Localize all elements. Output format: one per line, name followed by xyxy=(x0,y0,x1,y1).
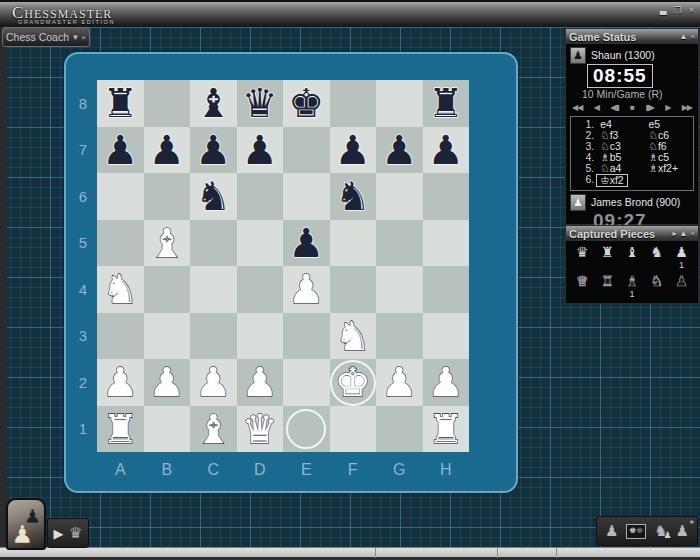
square-b4[interactable] xyxy=(144,266,191,313)
mentor-icon[interactable]: ♞♟ xyxy=(654,524,667,539)
square-b1[interactable] xyxy=(144,406,191,453)
rank-label-7: 7 xyxy=(72,127,94,174)
square-c8[interactable]: ♝ xyxy=(190,80,237,127)
white-knight-f3: ♞ xyxy=(330,313,377,360)
pawns-photo-tile[interactable]: ♟ ♟ xyxy=(6,498,46,550)
square-c1[interactable]: ♝ xyxy=(190,406,237,453)
square-h4[interactable] xyxy=(423,266,470,313)
step-back-button[interactable]: ◀▮ xyxy=(610,103,619,113)
square-f5[interactable] xyxy=(330,220,377,267)
player1-time-control: 10 Min/Game (R) xyxy=(582,88,698,101)
square-f6[interactable]: ♞ xyxy=(330,173,377,220)
black-knight-f6: ♞ xyxy=(330,173,377,220)
square-b2[interactable]: ♟ xyxy=(144,359,191,406)
square-f2[interactable]: ♚ xyxy=(330,359,377,406)
square-b6[interactable] xyxy=(144,173,191,220)
window-controls: ▃ ❐ × xyxy=(660,5,694,15)
taskbar-play-group: ▶ ♛ xyxy=(47,518,89,548)
white-move[interactable]: ♔xf2 xyxy=(600,174,648,187)
panel-expand-icon[interactable]: ▸ xyxy=(672,229,676,238)
play-icon[interactable]: ▶ xyxy=(54,526,64,541)
square-a3[interactable] xyxy=(97,313,144,360)
captured-black-queen: ♛ xyxy=(570,273,595,299)
captured-white-queen: ♛ xyxy=(570,244,595,270)
file-label-g: G xyxy=(376,456,423,484)
pawn-icon[interactable]: ♟ xyxy=(605,524,618,539)
square-f7[interactable]: ♟ xyxy=(330,127,377,174)
rank-label-1: 1 xyxy=(72,406,94,453)
square-e3[interactable] xyxy=(283,313,330,360)
chessmaster-window: Chessmaster GRANDMASTER EDITION ▃ ❐ × Ch… xyxy=(0,0,700,560)
jump-end-button[interactable]: ▶▶ xyxy=(682,103,692,113)
square-g1[interactable] xyxy=(376,406,423,453)
minimize-icon[interactable]: ▃ xyxy=(660,5,667,15)
versus-right-king-icon: ♚ xyxy=(636,527,643,535)
square-f3[interactable]: ♞ xyxy=(330,313,377,360)
white-bishop-b5: ♝ xyxy=(144,220,191,267)
white-pawn-icon: ♟ xyxy=(669,244,694,260)
captured-white-pawn: ♟1 xyxy=(669,244,694,270)
black-pawn-c7: ♟ xyxy=(190,127,237,174)
file-label-f: F xyxy=(330,456,377,484)
chess-coach-label: Chess Coach xyxy=(6,31,69,43)
maximize-icon[interactable]: ❐ xyxy=(674,5,682,15)
white-pawn-player-icon: ♟ xyxy=(570,194,586,211)
close-icon[interactable]: × xyxy=(689,5,694,15)
square-e7[interactable] xyxy=(283,127,330,174)
logo-subtext: GRANDMASTER EDITION xyxy=(18,20,115,26)
black-pawn-h7: ♟ xyxy=(423,127,470,174)
square-f4[interactable] xyxy=(330,266,377,313)
square-h5[interactable] xyxy=(423,220,470,267)
square-h7[interactable]: ♟ xyxy=(423,127,470,174)
captured-count xyxy=(669,289,694,299)
square-e2[interactable] xyxy=(283,359,330,406)
captured-pieces-header[interactable]: Captured Pieces ▸ ▲ × xyxy=(566,226,698,241)
square-b8[interactable] xyxy=(144,80,191,127)
mini-pawn-icon: ♟ xyxy=(664,531,672,540)
white-knight-icon: ♞ xyxy=(644,244,669,260)
white-pawn-d2: ♟ xyxy=(237,359,284,406)
captured-row-black: ♛♜♝1♞♟ xyxy=(566,270,698,299)
square-g8[interactable] xyxy=(376,80,423,127)
chess-coach-tab[interactable]: Chess Coach ▼ × xyxy=(2,27,90,47)
captured-count xyxy=(644,289,669,299)
white-bishop-c1: ♝ xyxy=(190,406,237,453)
captured-white-bishop: ♝ xyxy=(620,244,645,270)
square-a2[interactable]: ♟ xyxy=(97,359,144,406)
white-pawn-c2: ♟ xyxy=(190,359,237,406)
black-rook-h8: ♜ xyxy=(423,80,470,127)
white-queen-d1: ♛ xyxy=(237,406,284,453)
stop-button[interactable]: ■ xyxy=(630,103,634,113)
square-d5[interactable] xyxy=(237,220,284,267)
game-status-title: Game Status xyxy=(569,31,636,43)
panel-collapse-icon[interactable]: ▲ xyxy=(679,32,687,41)
captured-white-rook: ♜ xyxy=(595,244,620,270)
move-from-highlight xyxy=(286,409,326,449)
white-pawn-g2: ♟ xyxy=(376,359,423,406)
file-label-h: H xyxy=(423,456,470,484)
captured-pieces-body: ♛♜♝♞♟1♛♜♝1♞♟ xyxy=(566,241,698,299)
window-titlebar: Chessmaster GRANDMASTER EDITION ▃ ❐ × xyxy=(0,0,700,27)
playback-controls: ◀◀◀◀▮■▮▶▶▶▶ xyxy=(566,101,698,114)
white-pawn-e4: ♟ xyxy=(283,266,330,313)
square-a8[interactable]: ♜ xyxy=(97,80,144,127)
square-a7[interactable]: ♟ xyxy=(97,127,144,174)
captured-count xyxy=(595,260,620,270)
white-rook-a1: ♜ xyxy=(97,406,144,453)
square-d1[interactable]: ♛ xyxy=(237,406,284,453)
black-bishop-icon: ♝ xyxy=(620,273,645,289)
rank-label-3: 3 xyxy=(72,313,94,360)
file-label-b: B xyxy=(144,456,191,484)
square-g5[interactable] xyxy=(376,220,423,267)
black-move[interactable] xyxy=(649,174,691,187)
white-knight-a4: ♞ xyxy=(97,266,144,313)
square-h8[interactable]: ♜ xyxy=(423,80,470,127)
crown-icon[interactable]: ♛ xyxy=(69,524,82,542)
square-g4[interactable] xyxy=(376,266,423,313)
captured-count xyxy=(644,260,669,270)
square-b5[interactable]: ♝ xyxy=(144,220,191,267)
chessmaster-logo: Chessmaster GRANDMASTER EDITION xyxy=(12,4,115,26)
captured-count: 1 xyxy=(669,260,694,270)
square-f8[interactable] xyxy=(330,80,377,127)
square-c3[interactable] xyxy=(190,313,237,360)
white-rook-icon: ♜ xyxy=(595,244,620,260)
file-label-c: C xyxy=(190,456,237,484)
white-move[interactable]: ♘a4 xyxy=(600,163,648,174)
tab-close-icon[interactable]: × xyxy=(81,33,86,42)
player1-clock: 08:55 xyxy=(587,64,653,88)
captured-white-knight: ♞ xyxy=(644,244,669,270)
captured-pieces-title: Captured Pieces xyxy=(569,228,655,240)
square-d2[interactable]: ♟ xyxy=(237,359,284,406)
file-labels: ABCDEFGH xyxy=(97,456,469,484)
square-d7[interactable]: ♟ xyxy=(237,127,284,174)
square-h3[interactable] xyxy=(423,313,470,360)
captured-count xyxy=(570,260,595,270)
rank-label-4: 4 xyxy=(72,266,94,313)
rank-label-6: 6 xyxy=(72,173,94,220)
black-rook-a8: ♜ xyxy=(97,80,144,127)
black-queen-icon: ♛ xyxy=(570,273,595,289)
file-label-a: A xyxy=(97,456,144,484)
versus-icon[interactable]: ♚♚ xyxy=(626,524,646,539)
versus-box: ♚♚ xyxy=(626,524,646,539)
captured-black-knight: ♞ xyxy=(644,273,669,299)
white-rook-h1: ♜ xyxy=(423,406,470,453)
player1-name: Shaun (1300) xyxy=(591,49,655,61)
square-c7[interactable]: ♟ xyxy=(190,127,237,174)
panel-close-icon[interactable]: × xyxy=(690,229,695,238)
black-king-e8: ♚ xyxy=(283,80,330,127)
taskbar-tray: ♟♚♚♞♟♟* xyxy=(596,516,698,546)
black-pawn-g7: ♟ xyxy=(376,127,423,174)
square-a4[interactable]: ♞ xyxy=(97,266,144,313)
square-h1[interactable]: ♜ xyxy=(423,406,470,453)
captured-black-bishop: ♝1 xyxy=(620,273,645,299)
game-status-header[interactable]: Game Status ▲ × xyxy=(566,29,698,44)
black-knight-c6: ♞ xyxy=(190,173,237,220)
square-g6[interactable] xyxy=(376,173,423,220)
captured-pieces-panel: Captured Pieces ▸ ▲ × ♛♜♝♞♟1♛♜♝1♞♟ xyxy=(565,225,699,304)
black-queen-d8: ♛ xyxy=(237,80,284,127)
captured-count: 1 xyxy=(620,289,645,299)
black-move[interactable]: ♗xf2+ xyxy=(649,163,691,174)
square-g3[interactable] xyxy=(376,313,423,360)
square-c2[interactable]: ♟ xyxy=(190,359,237,406)
file-label-e: E xyxy=(283,456,330,484)
square-h6[interactable] xyxy=(423,173,470,220)
white-pawn-a2: ♟ xyxy=(97,359,144,406)
black-pawn-f7: ♟ xyxy=(330,127,377,174)
square-b3[interactable] xyxy=(144,313,191,360)
square-a1[interactable]: ♜ xyxy=(97,406,144,453)
square-e1[interactable] xyxy=(283,406,330,453)
left-edge-strip xyxy=(0,27,7,548)
square-d4[interactable] xyxy=(237,266,284,313)
white-pawn-icon: ♟ xyxy=(11,522,33,547)
black-pawn-d7: ♟ xyxy=(237,127,284,174)
panel-collapse-icon[interactable]: ▲ xyxy=(679,229,687,238)
white-queen-icon: ♛ xyxy=(570,244,595,260)
player1-row: ♟ Shaun (1300) xyxy=(570,47,698,63)
black-pawn-icon: ♟ xyxy=(669,273,694,289)
square-d8[interactable]: ♛ xyxy=(237,80,284,127)
black-knight-icon: ♞ xyxy=(644,273,669,289)
chevron-down-icon[interactable]: ▼ xyxy=(71,33,79,42)
versus-left-king-icon: ♚ xyxy=(629,527,636,535)
black-pawn-e5: ♟ xyxy=(283,220,330,267)
black-pawn-b7: ♟ xyxy=(144,127,191,174)
captured-count xyxy=(620,260,645,270)
white-pawn-b2: ♟ xyxy=(144,359,191,406)
captured-black-rook: ♜ xyxy=(595,273,620,299)
chess-board: 87654321 ♜♝♛♚♜♟♟♟♟♟♟♟♞♞♝♟♞♟♞♟♟♟♟♚♟♟♜♝♛♜ … xyxy=(64,52,518,493)
forward-button[interactable]: ▶ xyxy=(665,103,670,113)
white-bishop-icon: ♝ xyxy=(620,244,645,260)
back-button[interactable]: ◀ xyxy=(594,103,599,113)
square-c4[interactable] xyxy=(190,266,237,313)
file-label-d: D xyxy=(237,456,284,484)
square-d3[interactable] xyxy=(237,313,284,360)
square-e4[interactable]: ♟ xyxy=(283,266,330,313)
square-b7[interactable]: ♟ xyxy=(144,127,191,174)
rank-label-5: 5 xyxy=(72,220,94,267)
square-h2[interactable]: ♟ xyxy=(423,359,470,406)
status-bar xyxy=(0,547,700,557)
sparkle-icon: * xyxy=(690,520,695,529)
rank-label-8: 8 xyxy=(72,80,94,127)
white-king-f2: ♚ xyxy=(330,359,377,406)
captured-count xyxy=(595,289,620,299)
move-list: 1.e4e52.♘f3♘c63.♘c3♘f64.♗b5♗c55.♘a4♗xf2+… xyxy=(570,116,694,191)
player2-name: James Brond (900) xyxy=(591,196,680,208)
captured-row-white: ♛♜♝♞♟1 xyxy=(566,241,698,270)
white-pawn-h2: ♟ xyxy=(423,359,470,406)
move-row-6: 6.♔xf2 xyxy=(573,174,691,187)
square-c6[interactable]: ♞ xyxy=(190,173,237,220)
panel-close-icon[interactable]: × xyxy=(690,32,695,41)
captured-count xyxy=(570,289,595,299)
square-g7[interactable]: ♟ xyxy=(376,127,423,174)
analysis-icon[interactable]: ♟* xyxy=(676,524,689,539)
board-squares: ♜♝♛♚♜♟♟♟♟♟♟♟♞♞♝♟♞♟♞♟♟♟♟♚♟♟♜♝♛♜ xyxy=(97,80,469,452)
rank-labels: 87654321 xyxy=(72,80,94,452)
black-rook-icon: ♜ xyxy=(595,273,620,289)
black-bishop-c8: ♝ xyxy=(190,80,237,127)
black-pawn-a7: ♟ xyxy=(97,127,144,174)
square-f1[interactable] xyxy=(330,406,377,453)
square-a6[interactable] xyxy=(97,173,144,220)
square-d6[interactable] xyxy=(237,173,284,220)
square-c5[interactable] xyxy=(190,220,237,267)
square-e6[interactable] xyxy=(283,173,330,220)
square-e8[interactable]: ♚ xyxy=(283,80,330,127)
player2-row: ♟ James Brond (900) xyxy=(570,194,698,210)
square-g2[interactable]: ♟ xyxy=(376,359,423,406)
black-pawn-player-icon: ♟ xyxy=(570,47,586,64)
jump-start-button[interactable]: ◀◀ xyxy=(572,103,582,113)
square-a5[interactable] xyxy=(97,220,144,267)
game-status-panel: Game Status ▲ × ♟ Shaun (1300) 08:55 10 … xyxy=(565,28,699,225)
step-forward-button[interactable]: ▮▶ xyxy=(645,103,654,113)
square-e5[interactable]: ♟ xyxy=(283,220,330,267)
captured-black-pawn: ♟ xyxy=(669,273,694,299)
rank-label-2: 2 xyxy=(72,359,94,406)
